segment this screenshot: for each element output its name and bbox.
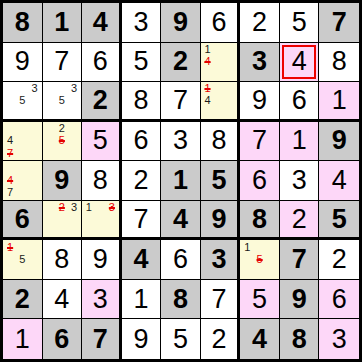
given-value: 5 (212, 167, 227, 194)
cell-r4c1[interactable]: 47 (3, 122, 43, 162)
solved-value: 7 (133, 206, 148, 233)
solved-value: 1 (332, 87, 347, 114)
cell-r2c4[interactable]: 5 (122, 43, 162, 83)
pencil-marks: 25 (44, 123, 81, 160)
cell-r2c8[interactable]: 4 (280, 43, 320, 83)
given-value: 6 (15, 206, 30, 233)
cell-r4c7[interactable]: 7 (240, 122, 280, 162)
cell-r6c7[interactable]: 8 (240, 201, 280, 241)
pencil-marks: 35 (44, 83, 81, 118)
eliminated-candidate: 4 (202, 56, 214, 68)
eliminated-candidate: 5 (56, 135, 68, 147)
pencil-marks: 14 (202, 83, 237, 118)
eliminated-candidate: 5 (254, 254, 266, 266)
cell-r9c3[interactable]: 7 (82, 319, 122, 359)
cell-r3c7[interactable]: 9 (240, 82, 280, 122)
cell-r5c8[interactable]: 3 (280, 161, 320, 201)
solved-value: 5 (292, 9, 307, 36)
solved-value: 8 (54, 246, 69, 273)
eliminated-candidate: 1 (4, 241, 16, 253)
solved-value: 3 (292, 167, 307, 194)
cell-r3c2[interactable]: 35 (43, 82, 83, 122)
given-value: 2 (173, 48, 188, 75)
given-value: 4 (173, 206, 188, 233)
given-value: 4 (133, 246, 148, 273)
solved-value: 5 (93, 127, 108, 154)
cell-r1c6[interactable]: 6 (201, 3, 241, 43)
cell-r7c6[interactable]: 3 (201, 240, 241, 280)
pencil-marks: 13 (83, 202, 118, 237)
cell-r3c4[interactable]: 8 (122, 82, 162, 122)
solved-value: 4 (292, 48, 307, 75)
cell-r7c9[interactable]: 2 (319, 240, 359, 280)
given-value: 9 (292, 286, 307, 313)
cell-r6c8[interactable]: 2 (280, 201, 320, 241)
solved-value: 2 (292, 206, 307, 233)
cell-r6c9[interactable]: 5 (319, 201, 359, 241)
solved-value: 6 (212, 9, 227, 36)
cell-r4c9[interactable]: 9 (319, 122, 359, 162)
pencil-marks: 23 (44, 202, 81, 237)
given-value: 7 (332, 9, 347, 36)
pencil-marks: 15 (241, 241, 278, 278)
cell-r5c9[interactable]: 4 (319, 161, 359, 201)
cell-r9c7[interactable]: 4 (240, 319, 280, 359)
cell-r7c1[interactable]: 15 (3, 240, 43, 280)
cell-r1c3[interactable]: 4 (82, 3, 122, 43)
sudoku-board: 8143962579765214348353528714961472556387… (0, 0, 362, 362)
cell-r9c4[interactable]: 9 (122, 319, 162, 359)
given-value: 8 (252, 206, 267, 233)
candidate: 1 (202, 44, 214, 56)
solved-value: 5 (252, 286, 267, 313)
solved-value: 6 (133, 127, 148, 154)
candidate: 5 (16, 254, 28, 266)
cell-r9c9[interactable]: 3 (319, 319, 359, 359)
solved-value: 1 (15, 326, 30, 353)
given-value: 4 (252, 326, 267, 353)
given-value: 9 (332, 127, 347, 154)
cell-r1c7[interactable]: 2 (240, 3, 280, 43)
cell-r7c5[interactable]: 6 (161, 240, 201, 280)
solved-value: 3 (332, 326, 347, 353)
solved-value: 9 (93, 246, 108, 273)
pencil-marks: 47 (4, 162, 41, 199)
cell-r2c5[interactable]: 2 (161, 43, 201, 83)
cell-r1c9[interactable]: 7 (319, 3, 359, 43)
cell-r2c1[interactable]: 9 (3, 43, 43, 83)
solved-value: 3 (133, 9, 148, 36)
cell-r3c6[interactable]: 14 (201, 82, 241, 122)
cell-r3c9[interactable]: 1 (319, 82, 359, 122)
cell-r4c8[interactable]: 1 (280, 122, 320, 162)
candidate: 3 (68, 202, 80, 214)
cell-r8c9[interactable]: 6 (319, 280, 359, 320)
cell-r7c2[interactable]: 8 (43, 240, 83, 280)
cell-r2c2[interactable]: 7 (43, 43, 83, 83)
cell-r7c3[interactable]: 9 (82, 240, 122, 280)
pencil-marks: 35 (4, 83, 41, 118)
candidate: 7 (4, 187, 16, 199)
eliminated-candidate: 4 (4, 174, 16, 186)
given-value: 9 (173, 9, 188, 36)
cell-r8c4[interactable]: 1 (122, 280, 162, 320)
cell-r5c2[interactable]: 9 (43, 161, 83, 201)
solved-value: 6 (332, 286, 347, 313)
cell-r6c4[interactable]: 7 (122, 201, 162, 241)
cell-r8c6[interactable]: 7 (201, 280, 241, 320)
cell-r5c7[interactable]: 6 (240, 161, 280, 201)
cell-r5c4[interactable]: 2 (122, 161, 162, 201)
cell-r5c5[interactable]: 1 (161, 161, 201, 201)
given-value: 1 (173, 167, 188, 194)
candidate: 1 (83, 202, 95, 214)
given-value: 2 (93, 87, 108, 114)
solved-value: 4 (54, 286, 69, 313)
eliminated-candidate: 2 (56, 202, 68, 214)
cell-r5c3[interactable]: 8 (82, 161, 122, 201)
cell-r1c1[interactable]: 8 (3, 3, 43, 43)
cell-r3c5[interactable]: 7 (161, 82, 201, 122)
cell-r2c7[interactable]: 3 (240, 43, 280, 83)
cell-r3c1[interactable]: 35 (3, 82, 43, 122)
solved-value: 2 (212, 326, 227, 353)
cell-r1c5[interactable]: 9 (161, 3, 201, 43)
solved-value: 2 (332, 246, 347, 273)
cell-r6c3[interactable]: 13 (82, 201, 122, 241)
cell-r9c6[interactable]: 2 (201, 319, 241, 359)
pencil-marks: 14 (202, 44, 237, 81)
cell-r1c8[interactable]: 5 (280, 3, 320, 43)
cell-r8c3[interactable]: 3 (82, 280, 122, 320)
solved-value: 6 (173, 246, 188, 273)
solved-value: 9 (252, 87, 267, 114)
solved-value: 7 (252, 127, 267, 154)
given-value: 7 (93, 326, 108, 353)
candidate: 1 (241, 241, 253, 253)
cell-r4c2[interactable]: 25 (43, 122, 83, 162)
cell-r3c3[interactable]: 2 (82, 82, 122, 122)
solved-value: 6 (292, 87, 307, 114)
given-value: 3 (212, 246, 227, 273)
cell-r8c2[interactable]: 4 (43, 280, 83, 320)
solved-value: 9 (133, 326, 148, 353)
pencil-marks: 15 (4, 241, 41, 278)
cell-r5c1[interactable]: 47 (3, 161, 43, 201)
cell-r9c1[interactable]: 1 (3, 319, 43, 359)
cell-r5c6[interactable]: 5 (201, 161, 241, 201)
cell-r8c1[interactable]: 2 (3, 280, 43, 320)
solved-value: 6 (252, 167, 267, 194)
cell-r7c4[interactable]: 4 (122, 240, 162, 280)
solved-value: 7 (212, 286, 227, 313)
given-value: 9 (212, 206, 227, 233)
cell-r4c3[interactable]: 5 (82, 122, 122, 162)
given-value: 1 (54, 9, 69, 36)
cell-r9c8[interactable]: 8 (280, 319, 320, 359)
solved-value: 5 (173, 326, 188, 353)
solved-value: 8 (93, 167, 108, 194)
candidate: 3 (68, 83, 80, 95)
given-value: 6 (54, 326, 69, 353)
cell-r6c1[interactable]: 6 (3, 201, 43, 241)
given-value: 7 (292, 246, 307, 273)
cell-r8c5[interactable]: 8 (161, 280, 201, 320)
cell-r7c8[interactable]: 7 (280, 240, 320, 280)
solved-value: 1 (292, 127, 307, 154)
solved-value: 5 (133, 48, 148, 75)
cell-r8c7[interactable]: 5 (240, 280, 280, 320)
given-value: 3 (252, 48, 267, 75)
eliminated-candidate: 3 (106, 202, 118, 214)
cell-r4c5[interactable]: 3 (161, 122, 201, 162)
solved-value: 7 (54, 48, 69, 75)
cell-r6c6[interactable]: 9 (201, 201, 241, 241)
cell-r9c2[interactable]: 6 (43, 319, 83, 359)
candidate: 5 (16, 95, 28, 107)
cell-r9c5[interactable]: 5 (161, 319, 201, 359)
candidate: 2 (56, 123, 68, 135)
cell-r2c9[interactable]: 8 (319, 43, 359, 83)
cell-r8c8[interactable]: 9 (280, 280, 320, 320)
solved-value: 1 (133, 286, 148, 313)
cell-r3c8[interactable]: 6 (280, 82, 320, 122)
given-value: 9 (54, 167, 69, 194)
cell-r6c5[interactable]: 4 (161, 201, 201, 241)
candidate: 4 (4, 135, 16, 147)
given-value: 4 (93, 9, 108, 36)
given-value: 5 (332, 206, 347, 233)
pencil-marks: 47 (4, 123, 41, 160)
solved-value: 3 (173, 127, 188, 154)
cell-r1c2[interactable]: 1 (43, 3, 83, 43)
solved-value: 7 (173, 87, 188, 114)
candidate: 4 (202, 95, 214, 107)
given-value: 8 (173, 286, 188, 313)
given-value: 8 (292, 326, 307, 353)
solved-value: 3 (93, 286, 108, 313)
cell-r4c6[interactable]: 8 (201, 122, 241, 162)
solved-value: 8 (133, 87, 148, 114)
given-value: 8 (15, 9, 30, 36)
candidate: 3 (28, 83, 40, 95)
cell-r6c2[interactable]: 23 (43, 201, 83, 241)
solved-value: 8 (332, 48, 347, 75)
solved-value: 2 (133, 167, 148, 194)
eliminated-candidate: 1 (202, 83, 214, 95)
cell-r4c4[interactable]: 6 (122, 122, 162, 162)
solved-value: 9 (15, 48, 30, 75)
eliminated-candidate: 7 (4, 147, 16, 159)
cell-r1c4[interactable]: 3 (122, 3, 162, 43)
given-value: 2 (15, 286, 30, 313)
cell-r2c3[interactable]: 6 (82, 43, 122, 83)
solved-value: 8 (212, 127, 227, 154)
solved-value: 2 (252, 9, 267, 36)
solved-value: 6 (93, 48, 108, 75)
candidate: 5 (56, 95, 68, 107)
cell-r7c7[interactable]: 15 (240, 240, 280, 280)
solved-value: 4 (332, 167, 347, 194)
cell-r2c6[interactable]: 14 (201, 43, 241, 83)
